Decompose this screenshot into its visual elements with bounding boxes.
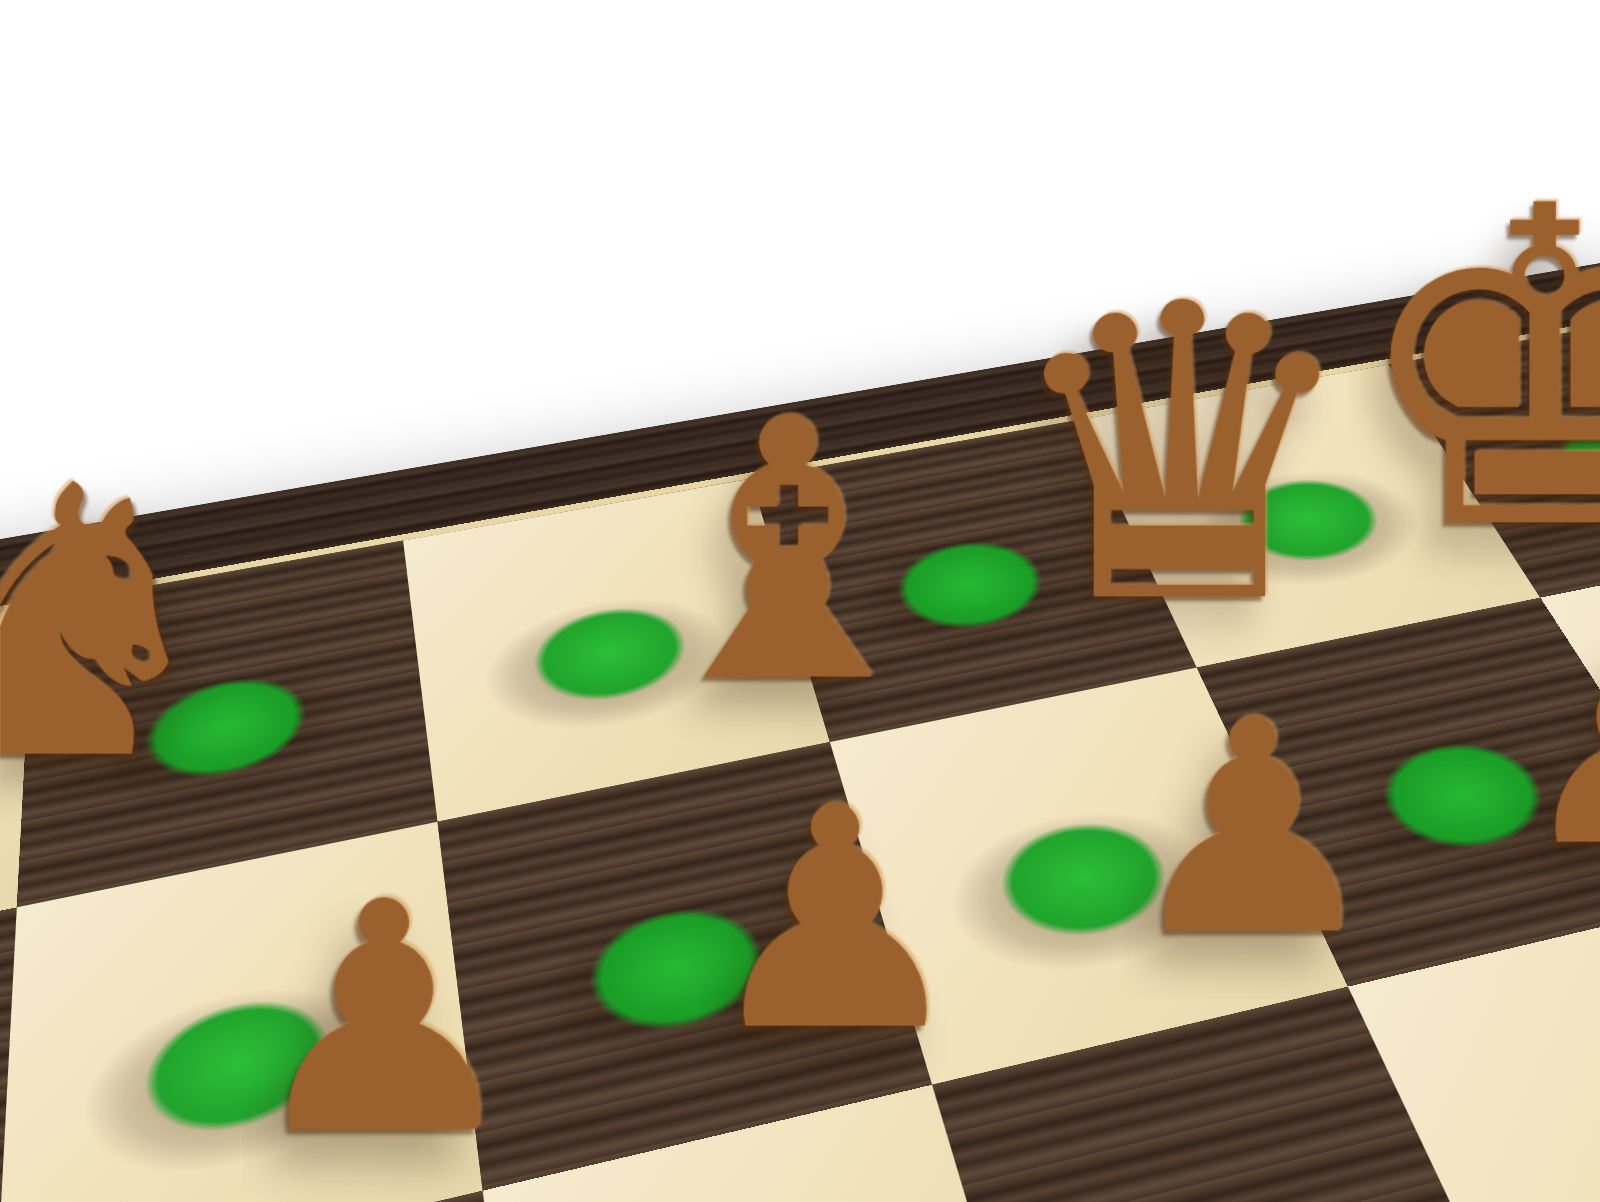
square-a7[interactable]: ♟ bbox=[0, 907, 17, 1202]
product-photo-scene: ♜♞♝♛♚♝♞♜♟♟♟♟♟♟♟♟ bbox=[0, 0, 1600, 1202]
board-grid: ♜♞♝♛♚♝♞♜♟♟♟♟♟♟♟♟ bbox=[0, 0, 1600, 1202]
chess-board: ♜♞♝♛♚♝♞♜♟♟♟♟♟♟♟♟ bbox=[0, 0, 1600, 1202]
